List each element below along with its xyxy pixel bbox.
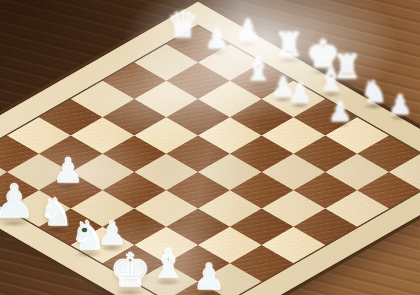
piece-shadow <box>236 41 260 48</box>
chess-piece-bishop: ♝ <box>148 243 188 283</box>
pawn-glyph: ♟ <box>270 73 297 100</box>
chess-piece-knight: ♞ <box>359 77 389 107</box>
piece-shadow <box>275 57 303 64</box>
pawn-glyph: ♟ <box>287 79 314 106</box>
piece-shadow <box>333 79 361 86</box>
chess-piece-rook: ♜ <box>331 50 364 83</box>
piece-shadow <box>54 183 83 190</box>
piece-shadow <box>111 289 150 295</box>
chess-piece-pawn: ♟ <box>234 16 263 45</box>
knight-glyph: ♞ <box>37 193 75 231</box>
pawn-glyph: ♟ <box>0 178 37 224</box>
piece-shadow <box>272 96 295 103</box>
chess-piece-pawn: ♟ <box>270 73 297 100</box>
chess-piece-pawn: ♟ <box>203 25 231 53</box>
chess-piece-pawn: ♟ <box>191 259 227 295</box>
piece-shadow <box>71 251 105 258</box>
chess-piece-pawn: ♟ <box>387 91 414 118</box>
piece-shadow <box>307 69 339 76</box>
piece-shadow <box>168 39 198 46</box>
chess-piece-rook: ♜ <box>273 28 306 61</box>
chess-piece-king: ♚ <box>107 247 153 293</box>
piece-shadow <box>245 81 272 88</box>
chess-piece-pawn: ♟ <box>51 153 85 187</box>
pawn-glyph: ♟ <box>51 153 85 187</box>
knight-glyph: ♞ <box>68 215 108 255</box>
pawn-glyph: ♟ <box>96 217 128 249</box>
piece-shadow <box>289 102 312 109</box>
king-glyph: ♚ <box>304 35 342 73</box>
piece-shadow <box>0 220 33 227</box>
chess-photo-stage: ♟♟♞♞♟♚♝♟♛♟♟♜♝♟♟♚♝♜♟♞♟ <box>0 0 420 295</box>
chess-piece-pawn: ♟ <box>96 217 128 249</box>
chess-piece-knight: ♞ <box>68 215 108 255</box>
piece-shadow <box>194 291 224 295</box>
piece-shadow <box>389 114 412 121</box>
piece-shadow <box>361 103 386 110</box>
rook-glyph: ♜ <box>273 28 306 61</box>
rook-glyph: ♜ <box>331 50 364 83</box>
pawn-glyph: ♟ <box>387 91 414 118</box>
chess-piece-bishop: ♝ <box>316 64 347 95</box>
piece-shadow <box>99 245 126 252</box>
bishop-glyph: ♝ <box>148 243 188 283</box>
knight-glyph: ♞ <box>359 77 389 107</box>
chess-piece-king: ♚ <box>304 35 342 73</box>
chess-piece-pawn: ♟ <box>0 178 37 224</box>
piece-shadow <box>329 121 352 128</box>
knight-eye-dot <box>82 228 87 232</box>
bishop-glyph: ♝ <box>242 53 274 85</box>
chess-piece-queen: ♛ <box>165 7 201 43</box>
pawn-glyph: ♟ <box>327 98 354 125</box>
pawn-glyph: ♟ <box>191 259 227 295</box>
chess-piece-pawn: ♟ <box>327 98 354 125</box>
bishop-glyph: ♝ <box>316 64 347 95</box>
pawn-glyph: ♟ <box>203 25 231 53</box>
piece-shadow <box>205 49 229 56</box>
chess-piece-pawn: ♟ <box>287 79 314 106</box>
pawn-glyph: ♟ <box>234 16 263 45</box>
piece-shadow <box>40 227 72 234</box>
piece-shadow <box>151 279 185 286</box>
king-glyph: ♚ <box>107 247 153 293</box>
pieces-layer: ♟♟♞♞♟♚♝♟♛♟♟♜♝♟♟♚♝♜♟♞♟ <box>0 0 420 295</box>
queen-glyph: ♛ <box>165 7 201 43</box>
piece-shadow <box>318 91 344 98</box>
chess-piece-bishop: ♝ <box>242 53 274 85</box>
chess-piece-knight: ♞ <box>37 193 75 231</box>
